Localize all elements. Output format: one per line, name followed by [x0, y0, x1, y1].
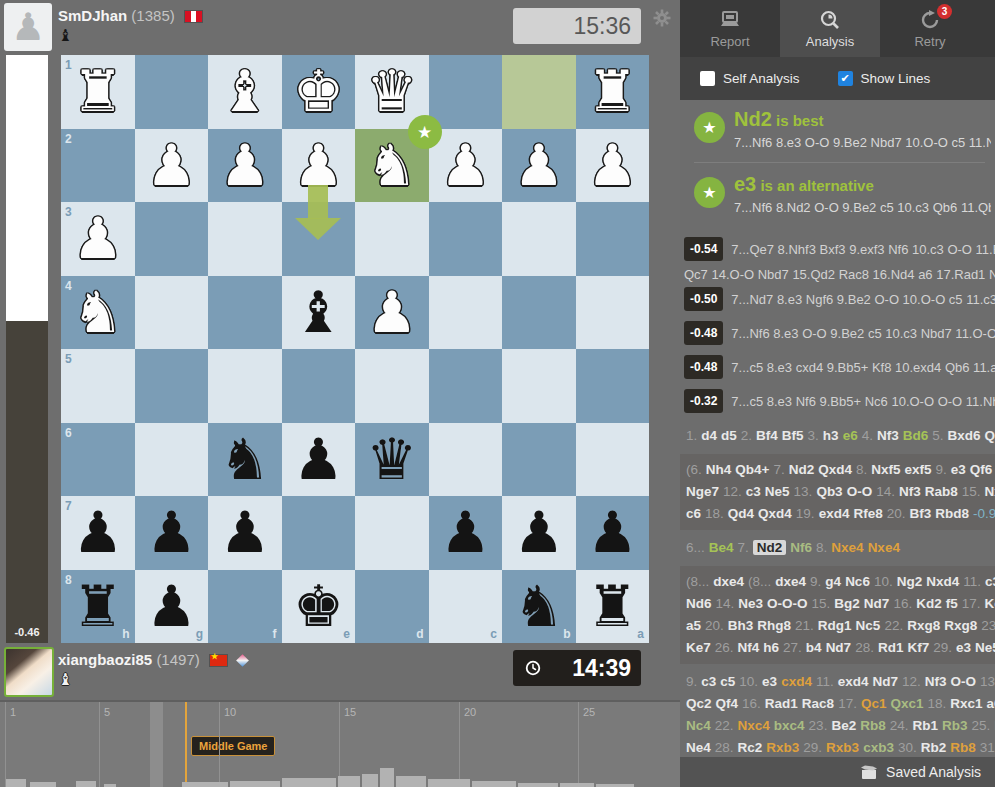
square-f4[interactable]: [208, 276, 282, 350]
alternative-move-suggestion[interactable]: ★ e3 is an alternative 7...Nf6 8.Nd2 O-O…: [680, 165, 995, 225]
move-number: 26.: [715, 640, 734, 655]
move-number: 13.: [794, 484, 813, 499]
move-token[interactable]: Qd4: [728, 506, 754, 521]
move-token[interactable]: Ke7: [686, 640, 711, 655]
move-token[interactable]: Nf4: [738, 640, 760, 655]
top-clock-time: 15:36: [573, 13, 631, 40]
current-move-band: [150, 702, 163, 787]
square-d7[interactable]: [355, 496, 429, 570]
move-token[interactable]: Nf3: [877, 428, 899, 443]
engine-line-3[interactable]: -0.487...Nf6 8.e3 O-O 9.Be2 c5 10.c3 Nbd…: [680, 319, 995, 347]
move-number: 7.: [773, 462, 784, 477]
move-token[interactable]: Rb8: [860, 718, 886, 733]
suggestion-arrow-shaft: [308, 185, 328, 220]
eval-graph-bar: [338, 776, 360, 787]
file-label-d: d: [416, 627, 423, 641]
eval-graph-bar: [396, 776, 426, 787]
move-token[interactable]: Nd2: [789, 462, 815, 477]
top-player-rating: (1385): [131, 7, 174, 24]
black-knight-b8[interactable]: ♞: [502, 570, 576, 644]
move-token[interactable]: Bh3: [728, 618, 754, 633]
move-token[interactable]: a5: [686, 618, 701, 633]
black-pawn-f7[interactable]: ♟: [208, 496, 282, 570]
move-token[interactable]: dxe4: [775, 574, 806, 589]
timeline-gridline: [5, 702, 6, 787]
move-token[interactable]: Qb3: [816, 484, 842, 499]
move-token[interactable]: Bxd6: [947, 428, 980, 443]
square-b4[interactable]: [502, 276, 576, 350]
black-rook-h8[interactable]: ♜: [61, 570, 135, 644]
move-token[interactable]: Kc2: [984, 596, 995, 611]
move-token[interactable]: O-O: [951, 674, 977, 689]
move-number: 21.: [795, 618, 814, 633]
self-analysis-label: Self Analysis: [723, 71, 800, 86]
move-token[interactable]: Rbd8: [935, 506, 969, 521]
move-token[interactable]: Nxe4: [868, 540, 900, 555]
move-number: 27.: [783, 640, 802, 655]
move-token[interactable]: Be2: [831, 718, 856, 733]
move-token[interactable]: d5: [721, 428, 737, 443]
move-number: 28.: [855, 640, 874, 655]
top-player-username: SmDJhan: [58, 7, 127, 24]
analysis-icon: [819, 9, 841, 31]
square-a7[interactable]: ♟: [576, 496, 650, 570]
square-a8[interactable]: a♜: [576, 570, 650, 644]
best-move-suggestion[interactable]: ★ Nd2 is best 7...Nf6 8.e3 O-O 9.Be2 Nbd…: [680, 100, 995, 160]
square-a3[interactable]: [576, 202, 650, 276]
move-token[interactable]: Rb8: [950, 740, 976, 755]
square-e1[interactable]: ♚: [282, 55, 356, 129]
show-lines-checkbox[interactable]: ✔ Show Lines: [838, 71, 931, 86]
move-token[interactable]: b4: [806, 640, 822, 655]
move-number: 17.: [838, 696, 857, 711]
saved-analysis-icon: [860, 764, 878, 780]
white-pawn-f2[interactable]: ♟: [208, 129, 282, 203]
tab-retry[interactable]: 3 Retry: [880, 0, 980, 57]
move-token[interactable]: Rc2: [738, 740, 763, 755]
square-a1[interactable]: ♜: [576, 55, 650, 129]
square-g3[interactable]: [135, 202, 209, 276]
move-token[interactable]: Ne3: [738, 596, 763, 611]
move-token[interactable]: Ne4: [686, 740, 711, 755]
variation-block: (6.Nh4Qb4+7.Nd2Qxd48.Nxf5exf59.e3Qf610.N…: [680, 454, 995, 530]
black-rook-a8[interactable]: ♜: [576, 570, 650, 644]
square-d5[interactable]: [355, 349, 429, 423]
eval-graph-bar: [6, 779, 26, 787]
move-number: (8...: [748, 574, 771, 589]
retry-count-badge: 3: [937, 4, 952, 19]
move-token[interactable]: Nc4: [686, 718, 711, 733]
move-number: 31.: [980, 740, 995, 755]
move-list: 1.d4d52.Bf4Bf53.h3e64.Nf3Bd65.Bxd6Qxd6(6…: [680, 423, 995, 757]
square-g5[interactable]: [135, 349, 209, 423]
square-d6[interactable]: ♛: [355, 423, 429, 497]
square-f3[interactable]: [208, 202, 282, 276]
move-token[interactable]: Nf3: [925, 674, 947, 689]
move-token[interactable]: a6: [987, 696, 995, 711]
variation-block: (8...dxe4(8...dxe49.g4Nc610.Ng2Nxd411.c3…: [680, 566, 995, 664]
move-token[interactable]: Bf5: [782, 428, 804, 443]
move-token[interactable]: dxe4: [713, 574, 744, 589]
best-move-line[interactable]: 7...Nf6 8.e3 O-O 9.Be2 Nbd7 10.O-O c5 11…: [734, 135, 991, 150]
move-number: 2.: [741, 428, 752, 443]
black-pawn-c7[interactable]: ♟: [429, 496, 503, 570]
square-g2[interactable]: ♟: [135, 129, 209, 203]
square-a4[interactable]: [576, 276, 650, 350]
star-icon: ★: [694, 112, 725, 143]
rank-label-6: 6: [65, 426, 72, 440]
black-pawn-g8[interactable]: ♟: [135, 570, 209, 644]
move-token[interactable]: Nxf5: [871, 462, 900, 477]
move-token[interactable]: Be4: [709, 540, 734, 555]
move-token[interactable]: Qxd4: [758, 506, 792, 521]
engine-line-moves: 7...c5 8.e3 cxd4 9.Bb5+ Kf8 10.exd4 Qb6 …: [731, 360, 995, 375]
engine-line-1[interactable]: -0.547...Qe7 8.Nhf3 Bxf3 9.exf3 Nf6 10.c…: [680, 235, 995, 263]
move-token[interactable]: Ng2: [897, 574, 923, 589]
move-number: 10.: [739, 674, 758, 689]
square-b2[interactable]: ♟: [502, 129, 576, 203]
membership-diamond-icon: [236, 654, 249, 667]
evaluation-bar: -0.46: [6, 55, 48, 643]
move-number: 29.: [933, 640, 952, 655]
move-token[interactable]: Rd1: [878, 640, 904, 655]
square-h2[interactable]: 2: [61, 129, 135, 203]
move-token[interactable]: Rac8: [802, 696, 834, 711]
square-f8[interactable]: f: [208, 570, 282, 644]
move-token[interactable]: Nh4: [706, 462, 732, 477]
move-token[interactable]: e3: [762, 674, 777, 689]
move-number: 13.: [980, 674, 995, 689]
best-move-star-badge: ★: [408, 115, 442, 149]
white-pawn-a2[interactable]: ♟: [576, 129, 650, 203]
black-pawn-e6[interactable]: ♟: [282, 423, 356, 497]
avatar-bottom-player[interactable]: [4, 647, 54, 697]
square-c7[interactable]: ♟: [429, 496, 503, 570]
move-number: 6...: [686, 540, 705, 555]
square-g4[interactable]: [135, 276, 209, 350]
suggestion-arrow-head: [295, 218, 341, 240]
square-e8[interactable]: e♚: [282, 570, 356, 644]
square-e5[interactable]: [282, 349, 356, 423]
square-h6[interactable]: 6: [61, 423, 135, 497]
move-token[interactable]: Rhg8: [757, 618, 791, 633]
eval-graph-bar: [76, 781, 96, 787]
move-token[interactable]: Bf3: [909, 506, 931, 521]
move-number: 8.: [856, 462, 867, 477]
move-token[interactable]: e6: [843, 428, 858, 443]
square-e6[interactable]: ♟: [282, 423, 356, 497]
square-b7[interactable]: ♟: [502, 496, 576, 570]
current-move[interactable]: Nd2: [753, 540, 787, 555]
move-token[interactable]: Nf3: [899, 484, 921, 499]
square-g6[interactable]: [135, 423, 209, 497]
eval-graph-bar: [230, 781, 280, 787]
pawn-avatar-icon: ♟: [11, 5, 45, 49]
move-number: 19.: [796, 506, 815, 521]
clock-icon: [525, 660, 541, 676]
move-token[interactable]: O-O-O: [767, 596, 808, 611]
star-icon: ★: [694, 177, 725, 208]
move-number: 10.: [874, 574, 893, 589]
move-token[interactable]: -0.94): [973, 506, 995, 521]
square-c4[interactable]: [429, 276, 503, 350]
move-token[interactable]: Qf4: [716, 696, 739, 711]
mainline-block: 9.c3c510.e3cxd411.exd4Nd712.Nf3O-O13.BQc…: [680, 669, 995, 757]
move-number: 29.: [803, 740, 822, 755]
square-d8[interactable]: d: [355, 570, 429, 644]
move-token[interactable]: Qxd6: [984, 428, 995, 443]
square-h3[interactable]: 3♟: [61, 202, 135, 276]
move-token[interactable]: g4: [825, 574, 841, 589]
move-token[interactable]: Rb3: [942, 718, 968, 733]
square-h4[interactable]: 4♞: [61, 276, 135, 350]
square-h5[interactable]: 5: [61, 349, 135, 423]
white-king-e1[interactable]: ♚: [282, 55, 356, 129]
move-token[interactable]: Nxe: [984, 484, 995, 499]
move-token[interactable]: Rb1: [912, 718, 938, 733]
move-token[interactable]: Nc6: [845, 574, 870, 589]
move-token[interactable]: c3: [701, 674, 716, 689]
square-c5[interactable]: [429, 349, 503, 423]
top-player-name[interactable]: SmDJhan (1385): [58, 7, 202, 24]
square-b3[interactable]: [502, 202, 576, 276]
eval-graph-bar: [560, 783, 594, 787]
move-token[interactable]: c6: [686, 506, 701, 521]
black-bishop-e4[interactable]: ♝: [282, 276, 356, 350]
square-c6[interactable]: [429, 423, 503, 497]
move-token[interactable]: Bg2: [834, 596, 860, 611]
move-token[interactable]: Nxe4: [831, 540, 863, 555]
square-g8[interactable]: g♟: [135, 570, 209, 644]
square-a2[interactable]: ♟: [576, 129, 650, 203]
rank-label-2: 2: [65, 132, 72, 146]
move-token[interactable]: Nd7: [864, 596, 890, 611]
move-number: 20.: [705, 618, 724, 633]
square-g7[interactable]: ♟: [135, 496, 209, 570]
best-move-verdict: is best: [772, 112, 824, 129]
square-d4[interactable]: ♟: [355, 276, 429, 350]
move-token[interactable]: Rxb3: [826, 740, 859, 755]
move-token[interactable]: Qf6: [970, 462, 993, 477]
move-number: 9.: [810, 574, 821, 589]
black-pawn-h7[interactable]: ♟: [61, 496, 135, 570]
square-h1[interactable]: 1♜: [61, 55, 135, 129]
move-token[interactable]: bxc4: [774, 718, 805, 733]
saved-analysis-bar[interactable]: Saved Analysis: [680, 757, 995, 787]
move-token[interactable]: Rfe8: [853, 506, 882, 521]
move-token[interactable]: Qb4+: [735, 462, 769, 477]
game-timeline[interactable]: Middle Game 1510152025: [0, 700, 680, 787]
move-token[interactable]: Bf4: [756, 428, 778, 443]
move-token[interactable]: d4: [701, 428, 717, 443]
move-number: 15.: [812, 596, 831, 611]
move-token[interactable]: f5: [946, 596, 958, 611]
checkbox-checked-icon[interactable]: ✔: [838, 71, 853, 86]
black-queen-d6[interactable]: ♛: [355, 423, 429, 497]
move-token[interactable]: Rxg8: [944, 618, 977, 633]
square-h7[interactable]: 7♟: [61, 496, 135, 570]
timeline-gridline: [339, 702, 340, 787]
move-number: 11.: [963, 574, 981, 589]
eval-graph-bar: [30, 782, 56, 787]
square-f7[interactable]: ♟: [208, 496, 282, 570]
eval-graph-bar: [472, 781, 516, 787]
settings-gear-icon[interactable]: [652, 8, 672, 28]
move-token[interactable]: e3: [956, 640, 971, 655]
move-token[interactable]: Ne5: [765, 484, 790, 499]
move-token[interactable]: Nxd4: [926, 574, 959, 589]
move-token[interactable]: c3: [985, 574, 995, 589]
move-token[interactable]: Rxc1: [950, 696, 982, 711]
mainline-block: 1.d4d52.Bf4Bf53.h3e64.Nf3Bd65.Bxd6Qxd6: [680, 423, 995, 449]
alternative-move-line[interactable]: 7...Nf6 8.Nd2 O-O 9.Be2 c5 10.c3 Qb6 11.…: [734, 200, 991, 215]
square-f2[interactable]: ♟: [208, 129, 282, 203]
move-token[interactable]: Nd7: [872, 674, 898, 689]
move-token[interactable]: Qxc1: [890, 696, 923, 711]
move-token[interactable]: exd4: [838, 674, 869, 689]
black-pawn-g7[interactable]: ♟: [135, 496, 209, 570]
timeline-move-label: 25: [583, 706, 595, 718]
square-a6[interactable]: [576, 423, 650, 497]
timeline-gridline: [99, 702, 100, 787]
square-h8[interactable]: 8h♜: [61, 570, 135, 644]
move-token[interactable]: Ne5: [975, 640, 995, 655]
timeline-gridline: [459, 702, 460, 787]
timeline-move-label: 10: [224, 706, 236, 718]
white-pawn-d4[interactable]: ♟: [355, 276, 429, 350]
phase-boundary-line: [185, 702, 187, 787]
move-number: 22.: [884, 618, 903, 633]
rank-label-5: 5: [65, 352, 72, 366]
square-e7[interactable]: [282, 496, 356, 570]
move-token[interactable]: e3: [951, 462, 966, 477]
square-f1[interactable]: ♝: [208, 55, 282, 129]
square-b6[interactable]: [502, 423, 576, 497]
alternative-move-verdict: is an alternative: [756, 177, 874, 194]
move-token[interactable]: Qc2: [686, 696, 712, 711]
move-number: 4.: [862, 428, 873, 443]
white-rook-a1[interactable]: ♜: [576, 55, 650, 129]
white-rook-h1[interactable]: ♜: [61, 55, 135, 129]
move-number: 11.: [816, 674, 834, 689]
black-pawn-a7[interactable]: ♟: [576, 496, 650, 570]
square-f5[interactable]: [208, 349, 282, 423]
move-number: 8.: [816, 540, 827, 555]
move-token[interactable]: h3: [823, 428, 839, 443]
chess-board[interactable]: 1♜♝♚♛♜2♟♟♟♞♟♟♟3♟4♞♝♟56♞♟♛7♟♟♟♟♟♟8h♜g♟fe♚…: [61, 55, 649, 643]
move-token[interactable]: cxd4: [781, 674, 812, 689]
move-token[interactable]: Rdg1: [818, 618, 852, 633]
move-number: (8...: [686, 574, 709, 589]
square-d3[interactable]: [355, 202, 429, 276]
square-f6[interactable]: ♞: [208, 423, 282, 497]
white-pawn-h3[interactable]: ♟: [61, 202, 135, 276]
engine-line-moves: 7...c5 8.e3 Nf6 9.Bb5+ Nc6 10.O-O O-O 11…: [731, 394, 995, 409]
move-token[interactable]: cxb3: [863, 740, 894, 755]
move-token[interactable]: Rad1: [765, 696, 798, 711]
move-token[interactable]: Kf7: [907, 640, 929, 655]
move-token[interactable]: Nge7: [686, 484, 719, 499]
move-token[interactable]: Bd6: [903, 428, 929, 443]
retry-icon: 3: [919, 9, 941, 31]
avatar-top-player[interactable]: ♟: [4, 3, 52, 51]
mainline-block: 6...Be47.Nd2Nf68.Nxe4Nxe4: [680, 535, 995, 561]
square-c1[interactable]: [429, 55, 503, 129]
black-pawn-b7[interactable]: ♟: [502, 496, 576, 570]
square-c8[interactable]: c: [429, 570, 503, 644]
engine-line-moves: 7...Qe7 8.Nhf3 Bxf3 9.exf3 Nf6 10.c3 O-O…: [731, 242, 995, 257]
move-number: 3.: [808, 428, 819, 443]
engine-line-2[interactable]: -0.507...Nd7 8.e3 Ngf6 9.Be2 O-O 10.O-O …: [680, 285, 995, 313]
timeline-move-label: 15: [344, 706, 356, 718]
engine-eval-score: -0.54: [684, 237, 723, 261]
bottom-captured-pieces: ♝: [58, 672, 72, 688]
engine-line-4[interactable]: -0.487...c5 8.e3 cxd4 9.Bb5+ Kf8 10.exd4…: [680, 353, 995, 381]
move-token[interactable]: Nxc4: [738, 718, 770, 733]
move-token[interactable]: Rxg8: [907, 618, 940, 633]
saved-analysis-label: Saved Analysis: [886, 764, 981, 780]
file-label-c: c: [490, 627, 497, 641]
timeline-move-label: 20: [464, 706, 476, 718]
move-number: 18.: [705, 506, 724, 521]
square-g1[interactable]: [135, 55, 209, 129]
move-token[interactable]: Qxd4: [818, 462, 852, 477]
move-token[interactable]: exf5: [905, 462, 932, 477]
engine-line-5[interactable]: -0.327...c5 8.e3 Nf6 9.Bb5+ Nc6 10.O-O O…: [680, 387, 995, 415]
divider: [694, 162, 985, 163]
move-token[interactable]: O-O: [847, 484, 873, 499]
move-token[interactable]: Rb2: [921, 740, 947, 755]
black-king-e8[interactable]: ♚: [282, 570, 356, 644]
timeline-gridline: [219, 702, 220, 787]
square-b5[interactable]: [502, 349, 576, 423]
eval-graph-bar: [362, 774, 378, 787]
move-number: 16.: [742, 696, 761, 711]
engine-eval-score: -0.32: [684, 389, 723, 413]
move-token[interactable]: c3: [746, 484, 761, 499]
tab-analysis[interactable]: Analysis: [780, 0, 880, 57]
checkbox-unchecked-icon[interactable]: [700, 71, 715, 86]
square-a5[interactable]: [576, 349, 650, 423]
analysis-panel: Report Analysis 3: [680, 0, 995, 787]
black-knight-f6[interactable]: ♞: [208, 423, 282, 497]
square-b1[interactable]: [502, 55, 576, 129]
bottom-player-name[interactable]: xiangbaozi85 (1497): [58, 651, 247, 668]
move-number: 9.: [686, 674, 697, 689]
move-token[interactable]: exd4: [819, 506, 850, 521]
tab-report[interactable]: Report: [680, 0, 780, 57]
move-token[interactable]: h6: [763, 640, 779, 655]
square-c3[interactable]: [429, 202, 503, 276]
move-token[interactable]: Rab8: [925, 484, 958, 499]
move-token[interactable]: Rxb3: [766, 740, 799, 755]
square-e4[interactable]: ♝: [282, 276, 356, 350]
white-pawn-b2[interactable]: ♟: [502, 129, 576, 203]
move-token[interactable]: Nc5: [856, 618, 881, 633]
move-token[interactable]: c5: [720, 674, 735, 689]
white-knight-h4[interactable]: ♞: [61, 276, 135, 350]
white-bishop-f1[interactable]: ♝: [208, 55, 282, 129]
white-pawn-g2[interactable]: ♟: [135, 129, 209, 203]
peru-flag-icon: [185, 11, 202, 22]
move-token[interactable]: Nf6: [790, 540, 812, 555]
move-token[interactable]: Qc1: [861, 696, 887, 711]
move-token[interactable]: Kd2: [916, 596, 942, 611]
move-token[interactable]: Nd7: [826, 640, 852, 655]
move-token[interactable]: Nd6: [686, 596, 712, 611]
self-analysis-checkbox[interactable]: Self Analysis: [700, 71, 800, 86]
square-b8[interactable]: b♞: [502, 570, 576, 644]
